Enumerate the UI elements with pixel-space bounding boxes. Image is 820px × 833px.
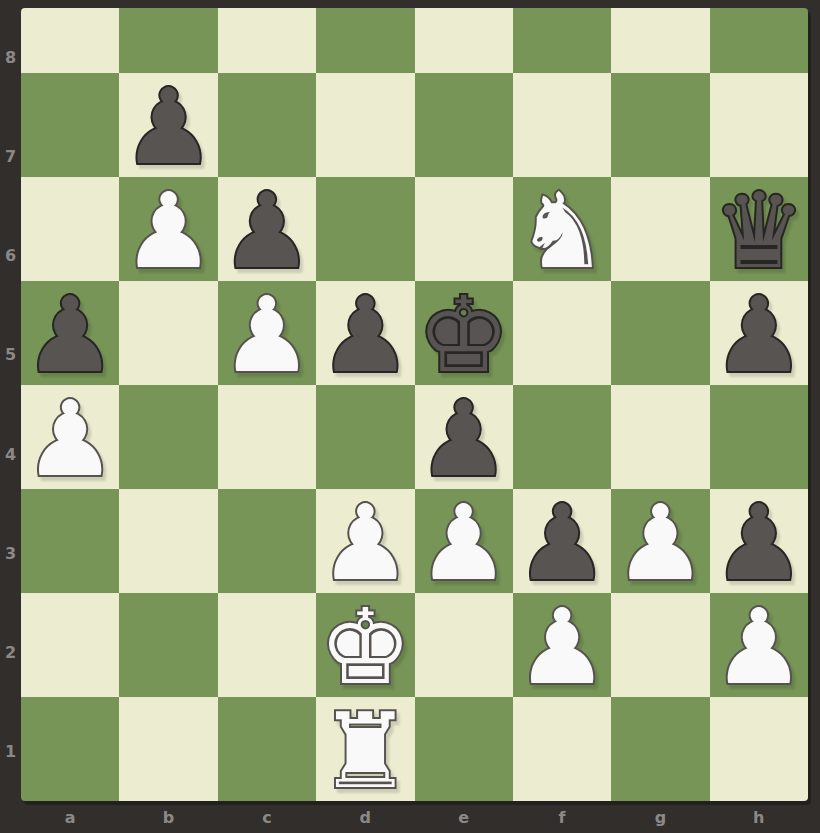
- square-a2[interactable]: [21, 593, 119, 697]
- black-pawn-piece[interactable]: ♟: [417, 387, 510, 491]
- square-f3[interactable]: ♟: [513, 489, 611, 593]
- black-pawn-piece[interactable]: ♟: [712, 283, 805, 387]
- square-g7[interactable]: [611, 73, 709, 177]
- white-king-piece[interactable]: ♚: [319, 595, 412, 699]
- square-b7[interactable]: ♟: [119, 73, 217, 177]
- square-d4[interactable]: [316, 385, 414, 489]
- file-label-h: h: [710, 801, 808, 833]
- white-pawn-piece[interactable]: ♟: [614, 491, 707, 595]
- file-label-b: b: [119, 801, 217, 833]
- square-e8[interactable]: [415, 8, 513, 73]
- black-pawn-piece[interactable]: ♟: [220, 179, 313, 283]
- square-c8[interactable]: [218, 8, 316, 73]
- black-pawn-piece[interactable]: ♟: [24, 283, 117, 387]
- square-g2[interactable]: [611, 593, 709, 697]
- white-pawn-piece[interactable]: ♟: [24, 387, 117, 491]
- white-pawn-piece[interactable]: ♟: [220, 283, 313, 387]
- file-label-f: f: [513, 801, 611, 833]
- rank-label-6: 6: [0, 206, 21, 305]
- file-label-d: d: [316, 801, 414, 833]
- square-h8[interactable]: [710, 8, 808, 73]
- square-e1[interactable]: [415, 697, 513, 801]
- white-pawn-piece[interactable]: ♟: [712, 595, 805, 699]
- square-h5[interactable]: ♟: [710, 281, 808, 385]
- square-g8[interactable]: [611, 8, 709, 73]
- square-f7[interactable]: [513, 73, 611, 177]
- square-g4[interactable]: [611, 385, 709, 489]
- white-pawn-piece[interactable]: ♟: [122, 179, 215, 283]
- square-d1[interactable]: ♜: [316, 697, 414, 801]
- black-pawn-piece[interactable]: ♟: [319, 283, 412, 387]
- rank-labels: 87654321: [0, 8, 21, 801]
- square-a4[interactable]: ♟: [21, 385, 119, 489]
- square-g5[interactable]: [611, 281, 709, 385]
- chess-board[interactable]: ♟♟♟♞♛♟♟♟♚♟♟♟♟♟♟♟♟♚♟♟♜: [21, 8, 808, 801]
- square-d3[interactable]: ♟: [316, 489, 414, 593]
- square-c6[interactable]: ♟: [218, 177, 316, 281]
- square-h6[interactable]: ♛: [710, 177, 808, 281]
- square-d7[interactable]: [316, 73, 414, 177]
- rank-label-3: 3: [0, 504, 21, 603]
- rank-label-5: 5: [0, 305, 21, 404]
- rank-label-7: 7: [0, 107, 21, 206]
- square-f5[interactable]: [513, 281, 611, 385]
- square-c7[interactable]: [218, 73, 316, 177]
- file-labels: abcdefgh: [21, 801, 808, 833]
- square-h2[interactable]: ♟: [710, 593, 808, 697]
- square-e4[interactable]: ♟: [415, 385, 513, 489]
- square-e6[interactable]: [415, 177, 513, 281]
- square-a5[interactable]: ♟: [21, 281, 119, 385]
- square-g1[interactable]: [611, 697, 709, 801]
- square-g6[interactable]: [611, 177, 709, 281]
- square-e5[interactable]: ♚: [415, 281, 513, 385]
- square-d5[interactable]: ♟: [316, 281, 414, 385]
- square-c3[interactable]: [218, 489, 316, 593]
- square-e3[interactable]: ♟: [415, 489, 513, 593]
- square-c2[interactable]: [218, 593, 316, 697]
- square-c1[interactable]: [218, 697, 316, 801]
- white-rook-piece[interactable]: ♜: [319, 699, 412, 801]
- white-pawn-piece[interactable]: ♟: [515, 595, 608, 699]
- square-b5[interactable]: [119, 281, 217, 385]
- white-knight-piece[interactable]: ♞: [515, 179, 608, 283]
- square-c5[interactable]: ♟: [218, 281, 316, 385]
- square-f6[interactable]: ♞: [513, 177, 611, 281]
- square-a7[interactable]: [21, 73, 119, 177]
- file-label-a: a: [21, 801, 119, 833]
- square-e2[interactable]: [415, 593, 513, 697]
- square-h4[interactable]: [710, 385, 808, 489]
- chess-app-stage: 87654321 ♟♟♟♞♛♟♟♟♚♟♟♟♟♟♟♟♟♚♟♟♜ abcdefgh: [0, 0, 820, 833]
- square-a1[interactable]: [21, 697, 119, 801]
- square-b2[interactable]: [119, 593, 217, 697]
- file-label-g: g: [611, 801, 709, 833]
- square-c4[interactable]: [218, 385, 316, 489]
- square-f1[interactable]: [513, 697, 611, 801]
- square-b1[interactable]: [119, 697, 217, 801]
- square-b6[interactable]: ♟: [119, 177, 217, 281]
- black-pawn-piece[interactable]: ♟: [712, 491, 805, 595]
- black-queen-piece[interactable]: ♛: [712, 179, 805, 283]
- square-f2[interactable]: ♟: [513, 593, 611, 697]
- rank-label-8: 8: [0, 8, 21, 107]
- square-f8[interactable]: [513, 8, 611, 73]
- white-pawn-piece[interactable]: ♟: [319, 491, 412, 595]
- black-king-piece[interactable]: ♚: [417, 283, 510, 387]
- square-b8[interactable]: [119, 8, 217, 73]
- square-h7[interactable]: [710, 73, 808, 177]
- square-a6[interactable]: [21, 177, 119, 281]
- file-label-c: c: [218, 801, 316, 833]
- rank-label-1: 1: [0, 702, 21, 801]
- square-b3[interactable]: [119, 489, 217, 593]
- square-g3[interactable]: ♟: [611, 489, 709, 593]
- rank-label-4: 4: [0, 405, 21, 504]
- square-d2[interactable]: ♚: [316, 593, 414, 697]
- file-label-e: e: [415, 801, 513, 833]
- black-pawn-piece[interactable]: ♟: [122, 75, 215, 179]
- square-h3[interactable]: ♟: [710, 489, 808, 593]
- square-d6[interactable]: [316, 177, 414, 281]
- square-d8[interactable]: [316, 8, 414, 73]
- square-b4[interactable]: [119, 385, 217, 489]
- square-a8[interactable]: [21, 8, 119, 73]
- black-pawn-piece[interactable]: ♟: [515, 491, 608, 595]
- rank-label-2: 2: [0, 603, 21, 702]
- square-f4[interactable]: [513, 385, 611, 489]
- square-e7[interactable]: [415, 73, 513, 177]
- square-a3[interactable]: [21, 489, 119, 593]
- white-pawn-piece[interactable]: ♟: [417, 491, 510, 595]
- square-h1[interactable]: [710, 697, 808, 801]
